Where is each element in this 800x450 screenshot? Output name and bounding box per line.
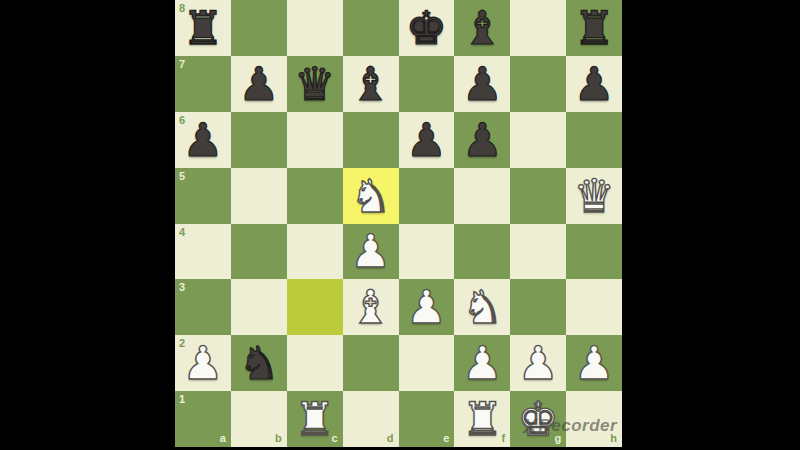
square-a8[interactable]: 8♜ <box>175 0 231 56</box>
square-h1[interactable]: h <box>566 391 622 447</box>
rank-label-5: 5 <box>179 171 185 182</box>
square-c2[interactable] <box>287 335 343 391</box>
file-label-d: d <box>387 433 394 444</box>
square-b7[interactable]: ♟ <box>231 56 287 112</box>
black-pawn-piece[interactable]: ♟ <box>462 117 503 163</box>
square-f1[interactable]: f♜ <box>454 391 510 447</box>
square-g8[interactable] <box>510 0 566 56</box>
square-a2[interactable]: 2♟ <box>175 335 231 391</box>
square-g7[interactable] <box>510 56 566 112</box>
square-h3[interactable] <box>566 279 622 335</box>
square-e1[interactable]: e <box>399 391 455 447</box>
square-e5[interactable] <box>399 168 455 224</box>
square-c7[interactable]: ♛ <box>287 56 343 112</box>
white-king-piece[interactable]: ♚ <box>518 396 559 442</box>
square-g1[interactable]: g♚ <box>510 391 566 447</box>
square-h2[interactable]: ♟ <box>566 335 622 391</box>
square-b3[interactable] <box>231 279 287 335</box>
white-knight-piece[interactable]: ♞ <box>462 284 503 330</box>
black-rook-piece[interactable]: ♜ <box>573 5 614 51</box>
square-g2[interactable]: ♟ <box>510 335 566 391</box>
video-frame: 8♜♚♝♜7♟♛♝♟♟6♟♟♟5♞♛4♟3♝♟♞2♟♞♟♟♟1abc♜def♜g… <box>0 0 800 450</box>
file-label-e: e <box>443 433 449 444</box>
square-a3[interactable]: 3 <box>175 279 231 335</box>
square-g3[interactable] <box>510 279 566 335</box>
file-label-h: h <box>610 433 617 444</box>
square-a5[interactable]: 5 <box>175 168 231 224</box>
black-bishop-piece[interactable]: ♝ <box>462 5 503 51</box>
square-f7[interactable]: ♟ <box>454 56 510 112</box>
square-c8[interactable] <box>287 0 343 56</box>
white-pawn-piece[interactable]: ♟ <box>350 228 391 274</box>
black-pawn-piece[interactable]: ♟ <box>182 117 223 163</box>
square-b2[interactable]: ♞ <box>231 335 287 391</box>
square-f4[interactable] <box>454 224 510 280</box>
square-e8[interactable]: ♚ <box>399 0 455 56</box>
square-f5[interactable] <box>454 168 510 224</box>
square-h4[interactable] <box>566 224 622 280</box>
square-c3[interactable] <box>287 279 343 335</box>
square-g4[interactable] <box>510 224 566 280</box>
square-c4[interactable] <box>287 224 343 280</box>
rank-label-7: 7 <box>179 59 185 70</box>
black-bishop-piece[interactable]: ♝ <box>350 61 391 107</box>
white-knight-piece[interactable]: ♞ <box>350 173 391 219</box>
black-pawn-piece[interactable]: ♟ <box>573 61 614 107</box>
square-d4[interactable]: ♟ <box>343 224 399 280</box>
white-pawn-piece[interactable]: ♟ <box>462 340 503 386</box>
square-d5[interactable]: ♞ <box>343 168 399 224</box>
square-f2[interactable]: ♟ <box>454 335 510 391</box>
rank-label-3: 3 <box>179 282 185 293</box>
square-f6[interactable]: ♟ <box>454 112 510 168</box>
white-pawn-piece[interactable]: ♟ <box>573 340 614 386</box>
white-rook-piece[interactable]: ♜ <box>294 396 335 442</box>
square-c5[interactable] <box>287 168 343 224</box>
file-label-a: a <box>220 433 226 444</box>
black-knight-piece[interactable]: ♞ <box>238 340 279 386</box>
square-d6[interactable] <box>343 112 399 168</box>
black-queen-piece[interactable]: ♛ <box>294 61 335 107</box>
white-bishop-piece[interactable]: ♝ <box>350 284 391 330</box>
square-b1[interactable]: b <box>231 391 287 447</box>
square-e3[interactable]: ♟ <box>399 279 455 335</box>
square-e2[interactable] <box>399 335 455 391</box>
square-h5[interactable]: ♛ <box>566 168 622 224</box>
square-b6[interactable] <box>231 112 287 168</box>
rank-label-1: 1 <box>179 394 185 405</box>
square-h6[interactable] <box>566 112 622 168</box>
square-a4[interactable]: 4 <box>175 224 231 280</box>
black-pawn-piece[interactable]: ♟ <box>462 61 503 107</box>
square-f8[interactable]: ♝ <box>454 0 510 56</box>
rank-label-4: 4 <box>179 227 185 238</box>
square-b5[interactable] <box>231 168 287 224</box>
square-d1[interactable]: d <box>343 391 399 447</box>
square-e4[interactable] <box>399 224 455 280</box>
square-d8[interactable] <box>343 0 399 56</box>
square-d3[interactable]: ♝ <box>343 279 399 335</box>
black-king-piece[interactable]: ♚ <box>406 5 447 51</box>
square-f3[interactable]: ♞ <box>454 279 510 335</box>
square-c1[interactable]: c♜ <box>287 391 343 447</box>
white-pawn-piece[interactable]: ♟ <box>518 340 559 386</box>
white-pawn-piece[interactable]: ♟ <box>406 284 447 330</box>
square-g6[interactable] <box>510 112 566 168</box>
square-e6[interactable]: ♟ <box>399 112 455 168</box>
square-c6[interactable] <box>287 112 343 168</box>
square-d2[interactable] <box>343 335 399 391</box>
square-g5[interactable] <box>510 168 566 224</box>
square-h7[interactable]: ♟ <box>566 56 622 112</box>
square-h8[interactable]: ♜ <box>566 0 622 56</box>
black-rook-piece[interactable]: ♜ <box>182 5 223 51</box>
white-pawn-piece[interactable]: ♟ <box>182 340 223 386</box>
black-pawn-piece[interactable]: ♟ <box>406 117 447 163</box>
square-b8[interactable] <box>231 0 287 56</box>
file-label-b: b <box>275 433 282 444</box>
white-queen-piece[interactable]: ♛ <box>573 173 614 219</box>
square-d7[interactable]: ♝ <box>343 56 399 112</box>
square-a6[interactable]: 6♟ <box>175 112 231 168</box>
square-a1[interactable]: 1a <box>175 391 231 447</box>
black-pawn-piece[interactable]: ♟ <box>238 61 279 107</box>
square-e7[interactable] <box>399 56 455 112</box>
square-a7[interactable]: 7 <box>175 56 231 112</box>
white-rook-piece[interactable]: ♜ <box>462 396 503 442</box>
chess-board: 8♜♚♝♜7♟♛♝♟♟6♟♟♟5♞♛4♟3♝♟♞2♟♞♟♟♟1abc♜def♜g… <box>175 0 622 447</box>
square-b4[interactable] <box>231 224 287 280</box>
